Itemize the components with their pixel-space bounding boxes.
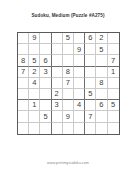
sudoku-cell-r9c4 [52, 123, 63, 134]
sudoku-cell-r9c5 [63, 123, 74, 134]
sudoku-cell-r6c8 [96, 89, 107, 100]
sudoku-cell-r1c9 [108, 33, 119, 44]
sudoku-cell-r7c5 [63, 100, 74, 111]
page-title: Sudoku, Medium (Puzzle #A275) [0, 13, 136, 19]
sudoku-cell-r1c6 [74, 33, 85, 44]
sudoku-cell-r8c1 [18, 111, 29, 122]
sudoku-cell-r5c9 [108, 78, 119, 89]
sudoku-cell-r6c5 [63, 89, 74, 100]
sudoku-cell-r4c5: 8 [63, 67, 74, 78]
sudoku-cell-r7c8: 6 [96, 100, 107, 111]
sudoku-cell-r2c3 [40, 44, 51, 55]
sudoku-cell-r5c8: 8 [96, 78, 107, 89]
sudoku-cell-r2c6: 9 [74, 44, 85, 55]
sudoku-cell-r3c3: 6 [40, 55, 51, 66]
sudoku-cell-r1c5: 5 [63, 33, 74, 44]
sudoku-cell-r3c5 [63, 55, 74, 66]
sudoku-cell-r3c8 [96, 55, 107, 66]
sudoku-cell-r1c1 [18, 33, 29, 44]
sudoku-cell-r3c1: 8 [18, 55, 29, 66]
sudoku-cell-r5c1 [18, 78, 29, 89]
sudoku-cell-r4c4 [52, 67, 63, 78]
sudoku-cell-r2c8: 5 [96, 44, 107, 55]
sudoku-cell-r8c3: 5 [40, 111, 51, 122]
sudoku-cell-r4c7 [85, 67, 96, 78]
sudoku-cell-r5c3 [40, 78, 51, 89]
sudoku-board: 9562958567723814782513465597 [17, 32, 120, 135]
sudoku-cell-r3c7 [85, 55, 96, 66]
sudoku-cell-r2c4 [52, 44, 63, 55]
sudoku-cell-r7c6: 4 [74, 100, 85, 111]
sudoku-cell-r8c7: 7 [85, 111, 96, 122]
sudoku-cell-r5c5: 7 [63, 78, 74, 89]
sudoku-cell-r7c7 [85, 100, 96, 111]
sudoku-page: Sudoku, Medium (Puzzle #A275) 9562958567… [0, 0, 136, 176]
sudoku-cell-r8c4 [52, 111, 63, 122]
sudoku-cell-r7c9: 5 [108, 100, 119, 111]
sudoku-cell-r2c2 [29, 44, 40, 55]
sudoku-cell-r4c9: 1 [108, 67, 119, 78]
sudoku-cell-r1c8: 2 [96, 33, 107, 44]
sudoku-cell-r8c9 [108, 111, 119, 122]
sudoku-cell-r1c3 [40, 33, 51, 44]
sudoku-cell-r2c5 [63, 44, 74, 55]
sudoku-cell-r9c2 [29, 123, 40, 134]
sudoku-cell-r6c1 [18, 89, 29, 100]
sudoku-cell-r6c9 [108, 89, 119, 100]
sudoku-cell-r6c2 [29, 89, 40, 100]
sudoku-cell-r4c8 [96, 67, 107, 78]
sudoku-cell-r6c3 [40, 89, 51, 100]
sudoku-cell-r2c9 [108, 44, 119, 55]
sudoku-cell-r9c9 [108, 123, 119, 134]
sudoku-cell-r7c2: 1 [29, 100, 40, 111]
sudoku-cell-r5c6 [74, 78, 85, 89]
sudoku-cell-r3c4 [52, 55, 63, 66]
sudoku-cell-r6c6 [74, 89, 85, 100]
sudoku-cell-r4c1: 7 [18, 67, 29, 78]
sudoku-cell-r7c4: 3 [52, 100, 63, 111]
sudoku-cell-r1c2: 9 [29, 33, 40, 44]
sudoku-cell-r9c7 [85, 123, 96, 134]
sudoku-cell-r2c7 [85, 44, 96, 55]
sudoku-cell-r9c1 [18, 123, 29, 134]
sudoku-cell-r8c8 [96, 111, 107, 122]
sudoku-cell-r3c2: 5 [29, 55, 40, 66]
sudoku-cell-r2c1 [18, 44, 29, 55]
sudoku-cell-r8c5: 9 [63, 111, 74, 122]
sudoku-cell-r7c1 [18, 100, 29, 111]
sudoku-cell-r8c2 [29, 111, 40, 122]
sudoku-cell-r5c4 [52, 78, 63, 89]
sudoku-cell-r9c6 [74, 123, 85, 134]
sudoku-cell-r6c4: 2 [52, 89, 63, 100]
sudoku-cell-r5c2: 4 [29, 78, 40, 89]
sudoku-cell-r4c3: 3 [40, 67, 51, 78]
sudoku-cell-r9c8 [96, 123, 107, 134]
sudoku-cell-r5c7 [85, 78, 96, 89]
sudoku-cell-r4c6 [74, 67, 85, 78]
sudoku-cell-r1c4 [52, 33, 63, 44]
sudoku-cell-r8c6 [74, 111, 85, 122]
sudoku-cell-r9c3 [40, 123, 51, 134]
sudoku-cell-r1c7: 6 [85, 33, 96, 44]
sudoku-cell-r7c3 [40, 100, 51, 111]
sudoku-cell-r3c9: 7 [108, 55, 119, 66]
sudoku-cell-r4c2: 2 [29, 67, 40, 78]
sudoku-cell-r3c6 [74, 55, 85, 66]
footer-url: www.printmysudoku.com [0, 161, 136, 166]
sudoku-cell-r6c7: 5 [85, 89, 96, 100]
